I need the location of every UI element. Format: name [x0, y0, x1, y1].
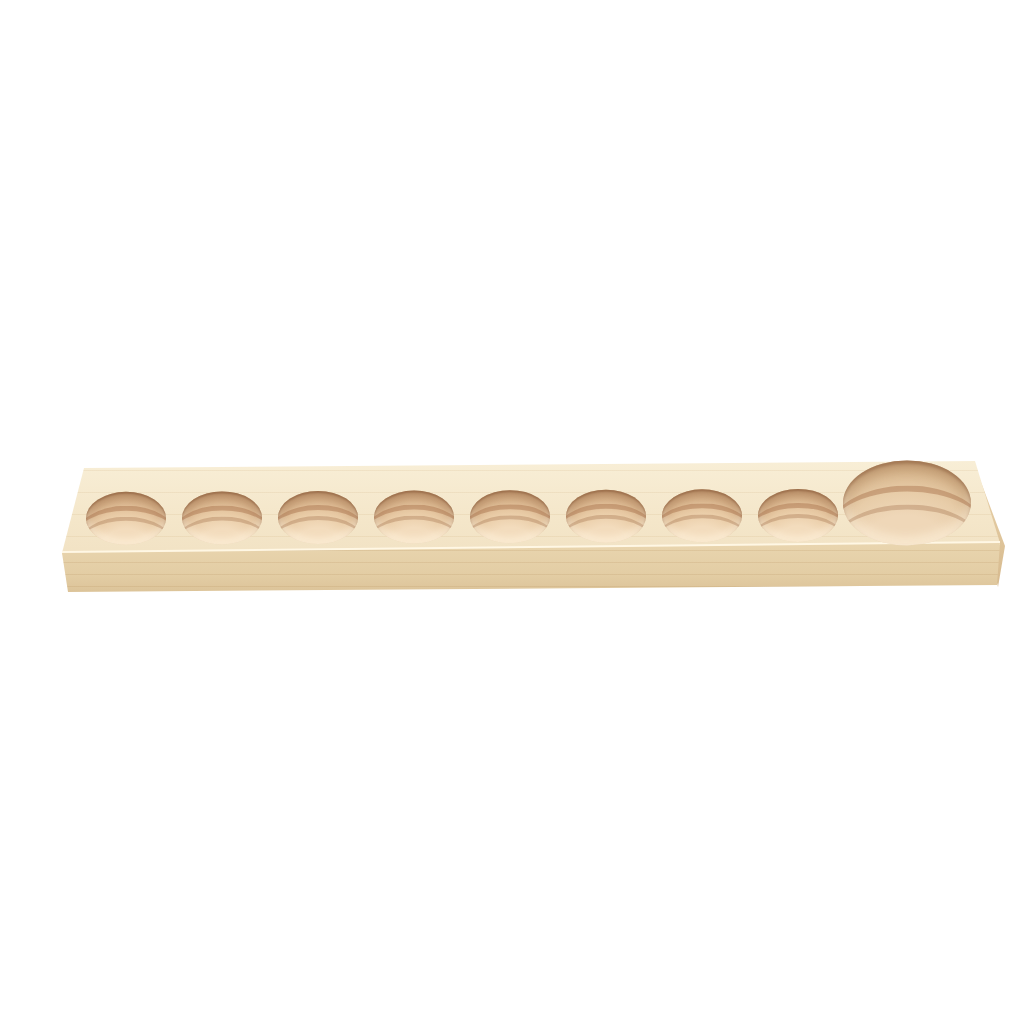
pit-cell: [462, 471, 558, 561]
pit-cell: [558, 471, 654, 561]
store-cell: [846, 469, 1004, 560]
pit-cell: [174, 472, 270, 562]
store-pit[interactable]: [843, 460, 971, 546]
pit-2[interactable]: [182, 491, 262, 544]
pit-8[interactable]: [758, 488, 838, 541]
pit-cell: [654, 470, 750, 560]
pit-1[interactable]: [86, 491, 166, 544]
pit-cell: [750, 470, 846, 560]
pit-cell: [270, 472, 366, 562]
pit-cell: [366, 471, 462, 561]
product-photo-canvas: [0, 0, 1024, 1024]
pit-6[interactable]: [566, 489, 646, 542]
pit-3[interactable]: [278, 490, 358, 543]
pit-4[interactable]: [374, 490, 454, 543]
pit-cell: [78, 473, 174, 563]
mancala-board-tray: [62, 461, 1008, 595]
pit-5[interactable]: [470, 489, 550, 542]
pit-grid: [78, 469, 1004, 563]
pit-7[interactable]: [662, 489, 742, 542]
